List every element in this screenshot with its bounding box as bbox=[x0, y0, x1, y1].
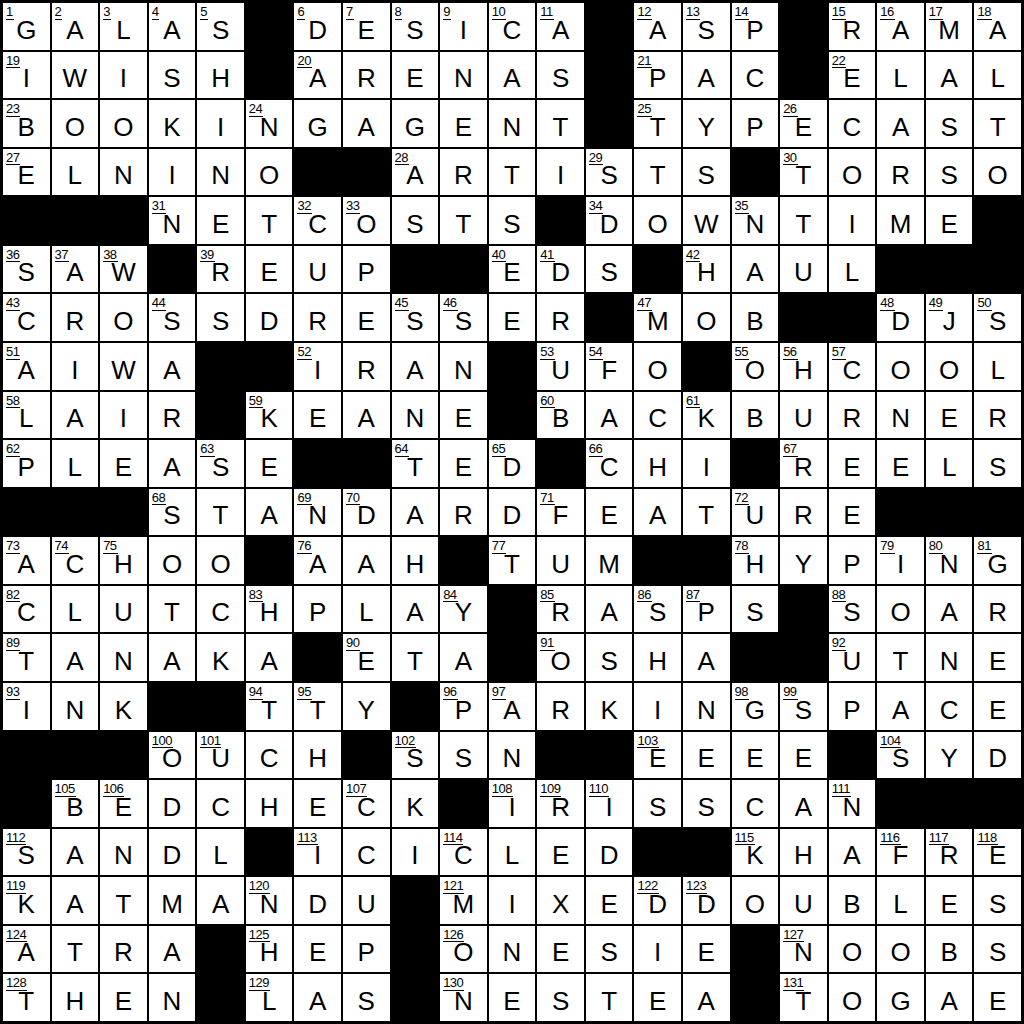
cell-r18c12[interactable]: E bbox=[536, 828, 585, 877]
cell-r19c2[interactable]: A bbox=[51, 876, 100, 925]
cell-r11c18[interactable]: E bbox=[828, 488, 877, 537]
cell-r5c7[interactable]: 32C bbox=[293, 196, 342, 245]
cell-r2c20[interactable]: A bbox=[925, 51, 974, 100]
cell-r18c10[interactable]: 114C bbox=[439, 828, 488, 877]
cell-r4c17[interactable]: 30T bbox=[779, 148, 828, 197]
cell-r18c4[interactable]: D bbox=[148, 828, 197, 877]
cell-r15c7[interactable]: 95T bbox=[293, 682, 342, 731]
cell-r8c19[interactable]: O bbox=[876, 342, 925, 391]
cell-r3c5[interactable]: I bbox=[196, 99, 245, 148]
cell-r7c15[interactable]: O bbox=[682, 293, 731, 342]
cell-r14c3[interactable]: N bbox=[99, 633, 148, 682]
cell-r10c13[interactable]: 66C bbox=[585, 439, 634, 488]
cell-r5c8[interactable]: 33O bbox=[342, 196, 391, 245]
cell-r7c14[interactable]: 47M bbox=[633, 293, 682, 342]
cell-r4c11[interactable]: T bbox=[488, 148, 537, 197]
cell-r8c4[interactable]: A bbox=[148, 342, 197, 391]
cell-r3c4[interactable]: K bbox=[148, 99, 197, 148]
cell-r7c11[interactable]: E bbox=[488, 293, 537, 342]
cell-r14c8[interactable]: 90E bbox=[342, 633, 391, 682]
cell-r1c10[interactable]: 9I bbox=[439, 2, 488, 51]
cell-r11c13[interactable]: E bbox=[585, 488, 634, 537]
cell-r11c14[interactable]: A bbox=[633, 488, 682, 537]
cell-r7c12[interactable]: R bbox=[536, 293, 585, 342]
cell-r17c9[interactable]: K bbox=[391, 779, 440, 828]
cell-r10c6[interactable]: E bbox=[245, 439, 294, 488]
cell-r15c16[interactable]: 98G bbox=[731, 682, 780, 731]
cell-r6c18[interactable]: L bbox=[828, 245, 877, 294]
cell-r6c2[interactable]: 37A bbox=[51, 245, 100, 294]
cell-r10c21[interactable]: S bbox=[973, 439, 1022, 488]
cell-r5c17[interactable]: T bbox=[779, 196, 828, 245]
cell-r9c12[interactable]: 60B bbox=[536, 391, 585, 440]
cell-r21c13[interactable]: T bbox=[585, 973, 634, 1022]
cell-r13c10[interactable]: 84Y bbox=[439, 585, 488, 634]
cell-r15c2[interactable]: N bbox=[51, 682, 100, 731]
cell-r13c18[interactable]: 88S bbox=[828, 585, 877, 634]
cell-r19c7[interactable]: D bbox=[293, 876, 342, 925]
cell-r4c2[interactable]: L bbox=[51, 148, 100, 197]
cell-r18c18[interactable]: A bbox=[828, 828, 877, 877]
cell-r5c20[interactable]: E bbox=[925, 196, 974, 245]
cell-r10c18[interactable]: E bbox=[828, 439, 877, 488]
cell-r19c5[interactable]: A bbox=[196, 876, 245, 925]
cell-r19c14[interactable]: 122D bbox=[633, 876, 682, 925]
cell-r17c6[interactable]: H bbox=[245, 779, 294, 828]
cell-r20c19[interactable]: O bbox=[876, 925, 925, 974]
cell-r19c12[interactable]: X bbox=[536, 876, 585, 925]
cell-r3c21[interactable]: T bbox=[973, 99, 1022, 148]
cell-r3c6[interactable]: 24N bbox=[245, 99, 294, 148]
cell-r3c17[interactable]: 26E bbox=[779, 99, 828, 148]
cell-r5c16[interactable]: 35N bbox=[731, 196, 780, 245]
cell-r13c4[interactable]: T bbox=[148, 585, 197, 634]
cell-r10c20[interactable]: L bbox=[925, 439, 974, 488]
cell-r13c14[interactable]: 86S bbox=[633, 585, 682, 634]
cell-r14c4[interactable]: A bbox=[148, 633, 197, 682]
cell-r11c8[interactable]: 70D bbox=[342, 488, 391, 537]
cell-r16c7[interactable]: H bbox=[293, 731, 342, 780]
cell-r15c18[interactable]: P bbox=[828, 682, 877, 731]
cell-r15c15[interactable]: N bbox=[682, 682, 731, 731]
cell-r4c1[interactable]: 27E bbox=[2, 148, 51, 197]
cell-r1c5[interactable]: 5S bbox=[196, 2, 245, 51]
cell-r18c16[interactable]: 115K bbox=[731, 828, 780, 877]
cell-r8c16[interactable]: 55O bbox=[731, 342, 780, 391]
cell-r8c20[interactable]: O bbox=[925, 342, 974, 391]
cell-r3c12[interactable]: T bbox=[536, 99, 585, 148]
cell-r13c20[interactable]: A bbox=[925, 585, 974, 634]
cell-r9c17[interactable]: U bbox=[779, 391, 828, 440]
cell-r14c15[interactable]: A bbox=[682, 633, 731, 682]
cell-r16c10[interactable]: S bbox=[439, 731, 488, 780]
cell-r20c3[interactable]: R bbox=[99, 925, 148, 974]
cell-r20c1[interactable]: 124A bbox=[2, 925, 51, 974]
cell-r14c21[interactable]: E bbox=[973, 633, 1022, 682]
cell-r6c16[interactable]: A bbox=[731, 245, 780, 294]
cell-r9c8[interactable]: A bbox=[342, 391, 391, 440]
cell-r12c2[interactable]: 74C bbox=[51, 536, 100, 585]
cell-r3c7[interactable]: G bbox=[293, 99, 342, 148]
cell-r13c19[interactable]: O bbox=[876, 585, 925, 634]
cell-r7c9[interactable]: 45S bbox=[391, 293, 440, 342]
cell-r2c19[interactable]: L bbox=[876, 51, 925, 100]
cell-r21c6[interactable]: 129L bbox=[245, 973, 294, 1022]
cell-r15c14[interactable]: I bbox=[633, 682, 682, 731]
cell-r20c14[interactable]: I bbox=[633, 925, 682, 974]
cell-r14c13[interactable]: S bbox=[585, 633, 634, 682]
cell-r20c18[interactable]: O bbox=[828, 925, 877, 974]
cell-r10c19[interactable]: E bbox=[876, 439, 925, 488]
cell-r15c17[interactable]: 99S bbox=[779, 682, 828, 731]
cell-r5c11[interactable]: S bbox=[488, 196, 537, 245]
cell-r21c15[interactable]: A bbox=[682, 973, 731, 1022]
cell-r17c16[interactable]: C bbox=[731, 779, 780, 828]
cell-r9c4[interactable]: R bbox=[148, 391, 197, 440]
cell-r12c21[interactable]: 81G bbox=[973, 536, 1022, 585]
cell-r14c5[interactable]: K bbox=[196, 633, 245, 682]
cell-r8c18[interactable]: 57C bbox=[828, 342, 877, 391]
cell-r21c20[interactable]: A bbox=[925, 973, 974, 1022]
cell-r8c13[interactable]: 54F bbox=[585, 342, 634, 391]
cell-r8c9[interactable]: A bbox=[391, 342, 440, 391]
cell-r21c14[interactable]: E bbox=[633, 973, 682, 1022]
cell-r7c7[interactable]: R bbox=[293, 293, 342, 342]
cell-r19c11[interactable]: I bbox=[488, 876, 537, 925]
cell-r3c10[interactable]: E bbox=[439, 99, 488, 148]
cell-r1c19[interactable]: 16A bbox=[876, 2, 925, 51]
cell-r2c14[interactable]: 21P bbox=[633, 51, 682, 100]
cell-r7c19[interactable]: 48D bbox=[876, 293, 925, 342]
cell-r2c9[interactable]: E bbox=[391, 51, 440, 100]
cell-r20c21[interactable]: S bbox=[973, 925, 1022, 974]
cell-r8c3[interactable]: W bbox=[99, 342, 148, 391]
cell-r19c4[interactable]: M bbox=[148, 876, 197, 925]
cell-r6c6[interactable]: E bbox=[245, 245, 294, 294]
cell-r12c3[interactable]: 75H bbox=[99, 536, 148, 585]
cell-r13c6[interactable]: 83H bbox=[245, 585, 294, 634]
cell-r18c5[interactable]: L bbox=[196, 828, 245, 877]
cell-r7c10[interactable]: 46S bbox=[439, 293, 488, 342]
cell-r6c8[interactable]: P bbox=[342, 245, 391, 294]
cell-r9c9[interactable]: N bbox=[391, 391, 440, 440]
cell-r2c21[interactable]: L bbox=[973, 51, 1022, 100]
cell-r17c12[interactable]: 109R bbox=[536, 779, 585, 828]
cell-r1c11[interactable]: 10C bbox=[488, 2, 537, 51]
cell-r19c3[interactable]: T bbox=[99, 876, 148, 925]
cell-r12c16[interactable]: 78H bbox=[731, 536, 780, 585]
cell-r19c6[interactable]: 120N bbox=[245, 876, 294, 925]
cell-r17c5[interactable]: C bbox=[196, 779, 245, 828]
cell-r11c10[interactable]: R bbox=[439, 488, 488, 537]
cell-r21c4[interactable]: N bbox=[148, 973, 197, 1022]
cell-r13c21[interactable]: R bbox=[973, 585, 1022, 634]
cell-r17c14[interactable]: S bbox=[633, 779, 682, 828]
cell-r19c15[interactable]: 123D bbox=[682, 876, 731, 925]
cell-r21c2[interactable]: H bbox=[51, 973, 100, 1022]
cell-r16c11[interactable]: N bbox=[488, 731, 537, 780]
cell-r6c1[interactable]: 36S bbox=[2, 245, 51, 294]
cell-r12c17[interactable]: Y bbox=[779, 536, 828, 585]
cell-r4c14[interactable]: T bbox=[633, 148, 682, 197]
cell-r1c21[interactable]: 18A bbox=[973, 2, 1022, 51]
cell-r2c16[interactable]: C bbox=[731, 51, 780, 100]
cell-r20c15[interactable]: E bbox=[682, 925, 731, 974]
cell-r14c14[interactable]: H bbox=[633, 633, 682, 682]
cell-r15c8[interactable]: Y bbox=[342, 682, 391, 731]
cell-r10c15[interactable]: I bbox=[682, 439, 731, 488]
cell-r21c3[interactable]: E bbox=[99, 973, 148, 1022]
cell-r3c18[interactable]: C bbox=[828, 99, 877, 148]
cell-r10c5[interactable]: 63S bbox=[196, 439, 245, 488]
cell-r8c12[interactable]: 53U bbox=[536, 342, 585, 391]
cell-r3c2[interactable]: O bbox=[51, 99, 100, 148]
cell-r1c3[interactable]: 3L bbox=[99, 2, 148, 51]
cell-r15c12[interactable]: R bbox=[536, 682, 585, 731]
cell-r2c2[interactable]: W bbox=[51, 51, 100, 100]
cell-r7c20[interactable]: 49J bbox=[925, 293, 974, 342]
cell-r1c15[interactable]: 13S bbox=[682, 2, 731, 51]
cell-r11c17[interactable]: R bbox=[779, 488, 828, 537]
cell-r17c15[interactable]: S bbox=[682, 779, 731, 828]
cell-r13c15[interactable]: 87P bbox=[682, 585, 731, 634]
cell-r19c10[interactable]: 121M bbox=[439, 876, 488, 925]
cell-r5c18[interactable]: I bbox=[828, 196, 877, 245]
cell-r1c7[interactable]: 6D bbox=[293, 2, 342, 51]
cell-r7c6[interactable]: D bbox=[245, 293, 294, 342]
cell-r4c19[interactable]: R bbox=[876, 148, 925, 197]
cell-r21c18[interactable]: O bbox=[828, 973, 877, 1022]
cell-r4c15[interactable]: S bbox=[682, 148, 731, 197]
cell-r18c11[interactable]: L bbox=[488, 828, 537, 877]
cell-r3c15[interactable]: Y bbox=[682, 99, 731, 148]
cell-r17c3[interactable]: 106E bbox=[99, 779, 148, 828]
cell-r10c10[interactable]: E bbox=[439, 439, 488, 488]
cell-r21c17[interactable]: 131T bbox=[779, 973, 828, 1022]
cell-r6c3[interactable]: 38W bbox=[99, 245, 148, 294]
cell-r7c21[interactable]: 50S bbox=[973, 293, 1022, 342]
cell-r20c4[interactable]: A bbox=[148, 925, 197, 974]
cell-r10c4[interactable]: A bbox=[148, 439, 197, 488]
cell-r12c19[interactable]: 79I bbox=[876, 536, 925, 585]
cell-r12c4[interactable]: O bbox=[148, 536, 197, 585]
cell-r9c6[interactable]: 59K bbox=[245, 391, 294, 440]
cell-r12c11[interactable]: 77T bbox=[488, 536, 537, 585]
cell-r19c19[interactable]: L bbox=[876, 876, 925, 925]
cell-r18c8[interactable]: C bbox=[342, 828, 391, 877]
cell-r21c19[interactable]: G bbox=[876, 973, 925, 1022]
cell-r16c6[interactable]: C bbox=[245, 731, 294, 780]
cell-r9c7[interactable]: E bbox=[293, 391, 342, 440]
cell-r2c4[interactable]: S bbox=[148, 51, 197, 100]
cell-r3c14[interactable]: 25T bbox=[633, 99, 682, 148]
cell-r9c13[interactable]: A bbox=[585, 391, 634, 440]
cell-r8c14[interactable]: O bbox=[633, 342, 682, 391]
cell-r3c9[interactable]: G bbox=[391, 99, 440, 148]
cell-r16c16[interactable]: E bbox=[731, 731, 780, 780]
cell-r5c9[interactable]: S bbox=[391, 196, 440, 245]
cell-r1c9[interactable]: 8S bbox=[391, 2, 440, 51]
cell-r6c15[interactable]: 42H bbox=[682, 245, 731, 294]
cell-r3c3[interactable]: O bbox=[99, 99, 148, 148]
cell-r16c21[interactable]: D bbox=[973, 731, 1022, 780]
cell-r1c20[interactable]: 17M bbox=[925, 2, 974, 51]
cell-r18c9[interactable]: I bbox=[391, 828, 440, 877]
cell-r2c3[interactable]: I bbox=[99, 51, 148, 100]
cell-r12c20[interactable]: 80N bbox=[925, 536, 974, 585]
cell-r3c19[interactable]: A bbox=[876, 99, 925, 148]
cell-r9c15[interactable]: 61K bbox=[682, 391, 731, 440]
cell-r21c11[interactable]: E bbox=[488, 973, 537, 1022]
cell-r4c12[interactable]: I bbox=[536, 148, 585, 197]
cell-r17c4[interactable]: D bbox=[148, 779, 197, 828]
cell-r20c20[interactable]: B bbox=[925, 925, 974, 974]
cell-r5c4[interactable]: 31N bbox=[148, 196, 197, 245]
cell-r17c7[interactable]: E bbox=[293, 779, 342, 828]
cell-r1c1[interactable]: 1G bbox=[2, 2, 51, 51]
cell-r6c12[interactable]: 41D bbox=[536, 245, 585, 294]
cell-r7c4[interactable]: 44S bbox=[148, 293, 197, 342]
cell-r13c16[interactable]: S bbox=[731, 585, 780, 634]
cell-r12c1[interactable]: 73A bbox=[2, 536, 51, 585]
cell-r9c16[interactable]: B bbox=[731, 391, 780, 440]
cell-r18c21[interactable]: 118E bbox=[973, 828, 1022, 877]
cell-r17c2[interactable]: 105B bbox=[51, 779, 100, 828]
cell-r12c12[interactable]: U bbox=[536, 536, 585, 585]
cell-r15c10[interactable]: 96P bbox=[439, 682, 488, 731]
cell-r10c1[interactable]: 62P bbox=[2, 439, 51, 488]
cell-r18c17[interactable]: H bbox=[779, 828, 828, 877]
cell-r2c1[interactable]: 19I bbox=[2, 51, 51, 100]
cell-r11c12[interactable]: 71F bbox=[536, 488, 585, 537]
cell-r7c2[interactable]: R bbox=[51, 293, 100, 342]
cell-r14c20[interactable]: N bbox=[925, 633, 974, 682]
cell-r19c17[interactable]: U bbox=[779, 876, 828, 925]
cell-r3c8[interactable]: A bbox=[342, 99, 391, 148]
cell-r11c7[interactable]: 69N bbox=[293, 488, 342, 537]
cell-r12c18[interactable]: P bbox=[828, 536, 877, 585]
cell-r10c2[interactable]: L bbox=[51, 439, 100, 488]
cell-r14c1[interactable]: 89T bbox=[2, 633, 51, 682]
cell-r1c8[interactable]: 7E bbox=[342, 2, 391, 51]
cell-r2c11[interactable]: A bbox=[488, 51, 537, 100]
cell-r16c9[interactable]: 102S bbox=[391, 731, 440, 780]
cell-r13c8[interactable]: L bbox=[342, 585, 391, 634]
cell-r9c18[interactable]: R bbox=[828, 391, 877, 440]
cell-r15c1[interactable]: 93I bbox=[2, 682, 51, 731]
cell-r19c18[interactable]: B bbox=[828, 876, 877, 925]
cell-r8c1[interactable]: 51A bbox=[2, 342, 51, 391]
cell-r13c2[interactable]: L bbox=[51, 585, 100, 634]
cell-r17c13[interactable]: 110I bbox=[585, 779, 634, 828]
cell-r8c2[interactable]: I bbox=[51, 342, 100, 391]
cell-r21c21[interactable]: E bbox=[973, 973, 1022, 1022]
cell-r6c11[interactable]: 40E bbox=[488, 245, 537, 294]
cell-r15c11[interactable]: 97A bbox=[488, 682, 537, 731]
cell-r15c21[interactable]: E bbox=[973, 682, 1022, 731]
cell-r18c1[interactable]: 112S bbox=[2, 828, 51, 877]
cell-r1c4[interactable]: 4A bbox=[148, 2, 197, 51]
cell-r17c11[interactable]: 108I bbox=[488, 779, 537, 828]
cell-r20c2[interactable]: T bbox=[51, 925, 100, 974]
cell-r1c12[interactable]: 11A bbox=[536, 2, 585, 51]
cell-r10c14[interactable]: H bbox=[633, 439, 682, 488]
cell-r16c14[interactable]: 103E bbox=[633, 731, 682, 780]
cell-r16c15[interactable]: E bbox=[682, 731, 731, 780]
cell-r2c10[interactable]: N bbox=[439, 51, 488, 100]
cell-r19c16[interactable]: O bbox=[731, 876, 780, 925]
cell-r5c13[interactable]: 34D bbox=[585, 196, 634, 245]
cell-r8c21[interactable]: L bbox=[973, 342, 1022, 391]
cell-r19c21[interactable]: S bbox=[973, 876, 1022, 925]
cell-r6c7[interactable]: U bbox=[293, 245, 342, 294]
cell-r5c14[interactable]: O bbox=[633, 196, 682, 245]
cell-r14c9[interactable]: T bbox=[391, 633, 440, 682]
cell-r11c15[interactable]: T bbox=[682, 488, 731, 537]
cell-r21c1[interactable]: 128T bbox=[2, 973, 51, 1022]
cell-r6c17[interactable]: U bbox=[779, 245, 828, 294]
cell-r4c9[interactable]: 28A bbox=[391, 148, 440, 197]
cell-r4c6[interactable]: O bbox=[245, 148, 294, 197]
cell-r9c14[interactable]: C bbox=[633, 391, 682, 440]
cell-r14c19[interactable]: T bbox=[876, 633, 925, 682]
cell-r13c9[interactable]: A bbox=[391, 585, 440, 634]
cell-r21c8[interactable]: S bbox=[342, 973, 391, 1022]
cell-r13c13[interactable]: A bbox=[585, 585, 634, 634]
cell-r20c7[interactable]: E bbox=[293, 925, 342, 974]
cell-r20c12[interactable]: E bbox=[536, 925, 585, 974]
cell-r14c18[interactable]: 92U bbox=[828, 633, 877, 682]
cell-r4c10[interactable]: R bbox=[439, 148, 488, 197]
cell-r11c16[interactable]: 72U bbox=[731, 488, 780, 537]
cell-r3c20[interactable]: S bbox=[925, 99, 974, 148]
cell-r14c2[interactable]: A bbox=[51, 633, 100, 682]
cell-r8c7[interactable]: 52I bbox=[293, 342, 342, 391]
cell-r21c12[interactable]: S bbox=[536, 973, 585, 1022]
cell-r14c6[interactable]: A bbox=[245, 633, 294, 682]
cell-r12c8[interactable]: A bbox=[342, 536, 391, 585]
cell-r1c16[interactable]: 14P bbox=[731, 2, 780, 51]
cell-r12c9[interactable]: H bbox=[391, 536, 440, 585]
cell-r14c12[interactable]: 91O bbox=[536, 633, 585, 682]
cell-r15c20[interactable]: C bbox=[925, 682, 974, 731]
cell-r5c6[interactable]: T bbox=[245, 196, 294, 245]
cell-r9c19[interactable]: N bbox=[876, 391, 925, 440]
cell-r16c17[interactable]: E bbox=[779, 731, 828, 780]
cell-r16c19[interactable]: 104S bbox=[876, 731, 925, 780]
cell-r12c5[interactable]: O bbox=[196, 536, 245, 585]
cell-r10c11[interactable]: 65D bbox=[488, 439, 537, 488]
cell-r17c8[interactable]: 107C bbox=[342, 779, 391, 828]
cell-r13c5[interactable]: C bbox=[196, 585, 245, 634]
cell-r9c21[interactable]: R bbox=[973, 391, 1022, 440]
cell-r7c3[interactable]: O bbox=[99, 293, 148, 342]
cell-r7c16[interactable]: B bbox=[731, 293, 780, 342]
cell-r9c10[interactable]: E bbox=[439, 391, 488, 440]
cell-r4c13[interactable]: 29S bbox=[585, 148, 634, 197]
cell-r2c7[interactable]: 20A bbox=[293, 51, 342, 100]
cell-r20c11[interactable]: N bbox=[488, 925, 537, 974]
cell-r6c13[interactable]: S bbox=[585, 245, 634, 294]
cell-r9c3[interactable]: I bbox=[99, 391, 148, 440]
cell-r13c12[interactable]: 85R bbox=[536, 585, 585, 634]
cell-r4c5[interactable]: N bbox=[196, 148, 245, 197]
cell-r4c3[interactable]: N bbox=[99, 148, 148, 197]
cell-r10c3[interactable]: E bbox=[99, 439, 148, 488]
cell-r3c11[interactable]: N bbox=[488, 99, 537, 148]
cell-r14c10[interactable]: A bbox=[439, 633, 488, 682]
cell-r2c15[interactable]: A bbox=[682, 51, 731, 100]
